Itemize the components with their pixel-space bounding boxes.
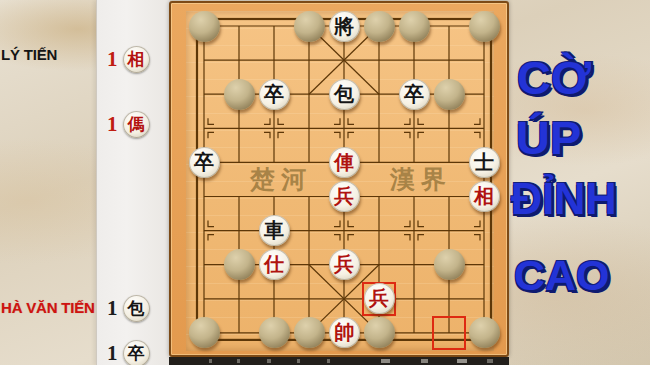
title-line-1: CỜ [517,50,591,105]
title-overlay: CỜ ÚP ĐỈNH CAO [510,0,650,365]
covered-piece[interactable] [224,79,255,110]
piece-相[interactable]: 相 [469,181,500,212]
tray-mark [487,359,493,363]
piece-兵[interactable]: 兵 [329,249,360,280]
piece-兵[interactable]: 兵 [364,283,395,314]
covered-piece[interactable] [469,317,500,348]
covered-piece[interactable] [364,11,395,42]
piece-卒[interactable]: 卒 [189,147,220,178]
covered-piece[interactable] [189,317,220,348]
captured-piece-pawn-black: 卒 [123,340,150,365]
captured-pieces-panel: 1 相 1 傌 1 包 1 卒 [96,0,170,365]
covered-piece[interactable] [294,11,325,42]
tray-mark [209,359,212,363]
covered-piece[interactable] [399,11,430,42]
piece-帥[interactable]: 帥 [329,317,360,348]
bottom-tray-strip [169,357,509,365]
thumbnail-stage: LÝ TIẾN HÀ VĂN TIẾN 1 相 1 傌 1 包 1 卒 楚河漢界… [0,0,650,365]
covered-piece[interactable] [364,317,395,348]
covered-piece[interactable] [294,317,325,348]
piece-將[interactable]: 將 [329,11,360,42]
piece-俥[interactable]: 俥 [329,147,360,178]
piece-卒[interactable]: 卒 [399,79,430,110]
captured-count: 1 [107,45,118,73]
piece-士[interactable]: 士 [469,147,500,178]
xiangqi-board[interactable]: 楚河漢界 將卒包卒卒俥士兵相車仕兵兵帥 [169,1,509,357]
captured-row: 1 卒 [107,338,150,365]
captured-row: 1 相 [107,44,150,74]
tray-mark [297,359,300,363]
covered-piece[interactable] [469,11,500,42]
captured-piece-cannon-black: 包 [123,295,150,322]
captured-piece-horse-red: 傌 [123,111,150,138]
pieces-layer: 將卒包卒卒俥士兵相車仕兵兵帥 [171,3,511,359]
piece-包[interactable]: 包 [329,79,360,110]
title-line-2: ÚP [516,110,581,165]
captured-row: 1 包 [107,293,150,323]
last-move-highlight [432,316,466,350]
covered-piece[interactable] [224,249,255,280]
title-line-4: CAO [514,251,610,300]
captured-piece-elephant-red: 相 [123,46,150,73]
piece-仕[interactable]: 仕 [259,249,290,280]
tray-mark [381,359,390,363]
tray-mark [237,359,240,363]
tray-mark [327,359,330,363]
tray-mark [457,359,467,363]
tray-mark [421,359,428,363]
player-name-top: LÝ TIẾN [1,46,57,63]
tray-mark [267,359,271,363]
covered-piece[interactable] [434,249,465,280]
captured-count: 1 [107,110,118,138]
player-name-bottom: HÀ VĂN TIẾN [1,299,95,316]
covered-piece[interactable] [434,79,465,110]
title-line-3: ĐỈNH [511,173,617,225]
covered-piece[interactable] [259,317,290,348]
captured-count: 1 [107,294,118,322]
covered-piece[interactable] [189,11,220,42]
captured-count: 1 [107,339,118,365]
piece-兵[interactable]: 兵 [329,181,360,212]
piece-車[interactable]: 車 [259,215,290,246]
captured-row: 1 傌 [107,109,150,139]
piece-卒[interactable]: 卒 [259,79,290,110]
